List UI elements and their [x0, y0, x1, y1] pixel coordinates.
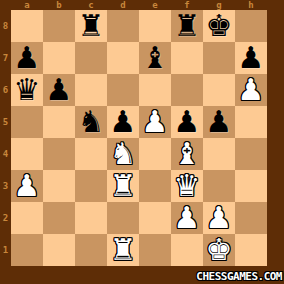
rank-label-6: 6 [0, 74, 11, 106]
chess-diagram: abcdefgh 87654321 ♜♜♚♟♝♟♛♟♟♞♟♟♟♟♞♝♟♜♛♟♟♜… [0, 0, 284, 284]
black-rook: ♜ [78, 10, 105, 42]
square-a5 [11, 106, 43, 138]
square-e1 [139, 234, 171, 266]
rank-labels: 87654321 [0, 10, 11, 266]
square-a7: ♟ [11, 42, 43, 74]
square-b8 [43, 10, 75, 42]
rank-label-1: 1 [0, 234, 11, 266]
square-c8: ♜ [75, 10, 107, 42]
square-h7: ♟ [235, 42, 267, 74]
square-e6 [139, 74, 171, 106]
square-f3: ♛ [171, 170, 203, 202]
square-a3: ♟ [11, 170, 43, 202]
black-pawn: ♟ [206, 106, 233, 138]
white-pawn: ♟ [238, 74, 265, 106]
white-rook: ♜ [110, 234, 137, 266]
square-b5 [43, 106, 75, 138]
square-f1 [171, 234, 203, 266]
square-f7 [171, 42, 203, 74]
square-c7 [75, 42, 107, 74]
square-c6 [75, 74, 107, 106]
square-g1: ♚ [203, 234, 235, 266]
black-bishop: ♝ [142, 42, 169, 74]
black-pawn: ♟ [14, 42, 41, 74]
square-f4: ♝ [171, 138, 203, 170]
white-pawn: ♟ [14, 170, 41, 202]
square-b7 [43, 42, 75, 74]
rank-label-2: 2 [0, 202, 11, 234]
square-e5: ♟ [139, 106, 171, 138]
square-g6 [203, 74, 235, 106]
square-g7 [203, 42, 235, 74]
square-g8: ♚ [203, 10, 235, 42]
square-a2 [11, 202, 43, 234]
white-king: ♚ [206, 234, 233, 266]
square-f5: ♟ [171, 106, 203, 138]
rank-label-3: 3 [0, 170, 11, 202]
file-label-d: d [107, 0, 139, 10]
square-c5: ♞ [75, 106, 107, 138]
white-rook: ♜ [110, 170, 137, 202]
square-a8 [11, 10, 43, 42]
square-c1 [75, 234, 107, 266]
file-label-b: b [43, 0, 75, 10]
square-a4 [11, 138, 43, 170]
square-h3 [235, 170, 267, 202]
file-label-e: e [139, 0, 171, 10]
square-c2 [75, 202, 107, 234]
white-pawn: ♟ [174, 202, 201, 234]
file-label-a: a [11, 0, 43, 10]
square-b1 [43, 234, 75, 266]
black-queen: ♛ [14, 74, 41, 106]
square-e8 [139, 10, 171, 42]
square-b6: ♟ [43, 74, 75, 106]
square-d2 [107, 202, 139, 234]
square-b4 [43, 138, 75, 170]
square-g5: ♟ [203, 106, 235, 138]
black-pawn: ♟ [238, 42, 265, 74]
black-pawn: ♟ [174, 106, 201, 138]
square-g2: ♟ [203, 202, 235, 234]
rank-label-5: 5 [0, 106, 11, 138]
square-h1 [235, 234, 267, 266]
white-knight: ♞ [110, 138, 137, 170]
square-h2 [235, 202, 267, 234]
black-pawn: ♟ [46, 74, 73, 106]
white-queen: ♛ [174, 170, 201, 202]
square-d3: ♜ [107, 170, 139, 202]
square-g4 [203, 138, 235, 170]
square-e7: ♝ [139, 42, 171, 74]
square-h5 [235, 106, 267, 138]
square-h8 [235, 10, 267, 42]
white-pawn: ♟ [142, 106, 169, 138]
square-a6: ♛ [11, 74, 43, 106]
square-d4: ♞ [107, 138, 139, 170]
square-c3 [75, 170, 107, 202]
rank-label-4: 4 [0, 138, 11, 170]
white-bishop: ♝ [174, 138, 201, 170]
white-pawn: ♟ [206, 202, 233, 234]
black-knight: ♞ [78, 106, 105, 138]
square-d8 [107, 10, 139, 42]
square-b3 [43, 170, 75, 202]
square-e3 [139, 170, 171, 202]
square-f2: ♟ [171, 202, 203, 234]
square-b2 [43, 202, 75, 234]
black-king: ♚ [206, 10, 233, 42]
square-h4 [235, 138, 267, 170]
site-credit: CHESSGAMES.COM [196, 270, 282, 283]
rank-label-8: 8 [0, 10, 11, 42]
square-d6 [107, 74, 139, 106]
square-d7 [107, 42, 139, 74]
square-e2 [139, 202, 171, 234]
rank-label-7: 7 [0, 42, 11, 74]
square-f8: ♜ [171, 10, 203, 42]
black-pawn: ♟ [110, 106, 137, 138]
square-h6: ♟ [235, 74, 267, 106]
square-d5: ♟ [107, 106, 139, 138]
chess-board: ♜♜♚♟♝♟♛♟♟♞♟♟♟♟♞♝♟♜♛♟♟♜♚ [11, 10, 267, 266]
file-label-h: h [235, 0, 267, 10]
black-rook: ♜ [174, 10, 201, 42]
square-a1 [11, 234, 43, 266]
square-c4 [75, 138, 107, 170]
square-f6 [171, 74, 203, 106]
square-e4 [139, 138, 171, 170]
square-g3 [203, 170, 235, 202]
square-d1: ♜ [107, 234, 139, 266]
